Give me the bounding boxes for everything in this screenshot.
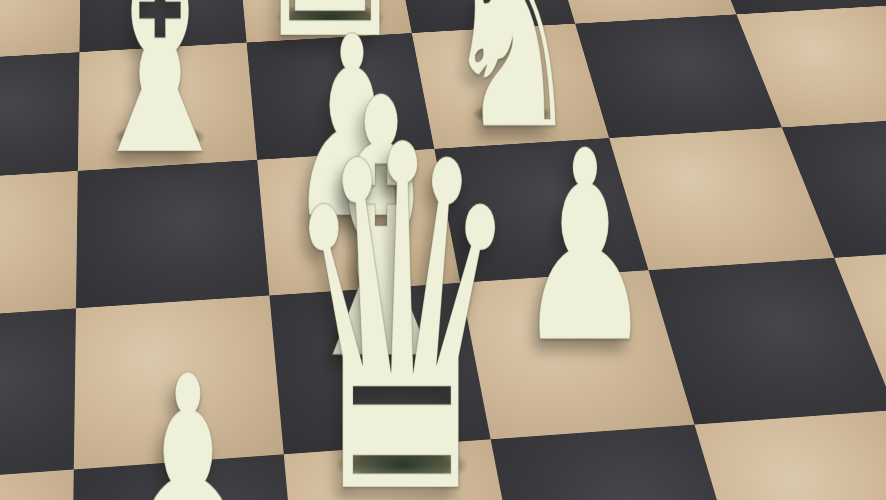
square-f5[interactable]: [694, 410, 886, 500]
square-b5[interactable]: [0, 469, 74, 500]
square-b2[interactable]: [0, 52, 79, 182]
square-e2[interactable]: [412, 24, 609, 149]
chess-photo-stage: ♚♝♞♟♞♝♟♛♟♟: [0, 0, 886, 500]
square-b4[interactable]: [0, 308, 76, 485]
square-c2[interactable]: [78, 43, 257, 171]
square-d4[interactable]: [269, 283, 490, 455]
square-c3[interactable]: [76, 160, 269, 309]
square-c4[interactable]: [74, 295, 284, 469]
square-d2[interactable]: [247, 33, 435, 160]
square-d3[interactable]: [257, 149, 460, 296]
chess-board: [0, 0, 886, 500]
square-b3[interactable]: [0, 171, 78, 322]
